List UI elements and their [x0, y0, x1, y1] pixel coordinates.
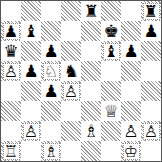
square-c4[interactable]: ♟ [41, 81, 61, 101]
square-f6[interactable]: ♝ [101, 41, 121, 61]
square-d6[interactable] [61, 41, 81, 61]
square-f3[interactable]: ♕ [101, 101, 121, 121]
square-e7[interactable] [81, 21, 101, 41]
square-h7[interactable]: ♟ [141, 21, 161, 41]
piece-black-rook: ♜ [143, 3, 160, 20]
square-c6[interactable]: ♟ [41, 41, 61, 61]
piece-black-bishop: ♝ [22, 22, 40, 40]
square-d4[interactable]: ♙ [61, 81, 81, 101]
piece-black-pawn: ♟ [22, 62, 40, 80]
square-e8[interactable]: ♜ [81, 1, 101, 21]
square-h8[interactable]: ♜ [141, 1, 161, 21]
square-d7[interactable] [61, 21, 81, 41]
square-g7[interactable] [121, 21, 141, 41]
piece-white-pawn: ♙ [23, 123, 40, 140]
square-a2[interactable] [1, 121, 21, 141]
square-c2[interactable] [41, 121, 61, 141]
piece-black-pawn: ♟ [122, 42, 140, 60]
square-f1[interactable] [101, 141, 121, 161]
piece-black-pawn: ♟ [3, 23, 20, 40]
piece-white-pawn: ♙ [122, 122, 140, 140]
square-b6[interactable] [21, 41, 41, 61]
square-e5[interactable] [81, 61, 101, 81]
square-h5[interactable] [141, 61, 161, 81]
square-h3[interactable] [141, 101, 161, 121]
square-b4[interactable] [21, 81, 41, 101]
piece-white-queen: ♕ [102, 102, 120, 120]
piece-black-king: ♚ [102, 22, 120, 40]
square-e6[interactable] [81, 41, 101, 61]
square-g1[interactable]: ♔ [121, 141, 141, 161]
piece-white-king: ♔ [123, 143, 140, 160]
square-c7[interactable] [41, 21, 61, 41]
square-b7[interactable]: ♝ [21, 21, 41, 41]
square-e2[interactable]: ♗ [81, 121, 101, 141]
square-a3[interactable] [1, 101, 21, 121]
square-d2[interactable] [61, 121, 81, 141]
square-b8[interactable] [21, 1, 41, 21]
square-d3[interactable] [61, 101, 81, 121]
piece-white-bishop: ♗ [43, 143, 60, 160]
piece-black-pawn: ♟ [142, 22, 160, 40]
square-h2[interactable]: ♙ [141, 121, 161, 141]
square-f8[interactable] [101, 1, 121, 21]
piece-white-knight: ♘ [43, 63, 60, 80]
square-b2[interactable]: ♙ [21, 121, 41, 141]
square-a7[interactable]: ♟ [1, 21, 21, 41]
square-g4[interactable] [121, 81, 141, 101]
piece-white-pawn: ♙ [63, 83, 80, 100]
square-f7[interactable]: ♚ [101, 21, 121, 41]
square-e4[interactable] [81, 81, 101, 101]
square-a4[interactable] [1, 81, 21, 101]
square-g6[interactable]: ♟ [121, 41, 141, 61]
square-d1[interactable] [61, 141, 81, 161]
square-d5[interactable]: ♞ [61, 61, 81, 81]
piece-black-queen: ♛ [2, 42, 20, 60]
square-c3[interactable] [41, 101, 61, 121]
square-f2[interactable] [101, 121, 121, 141]
square-g3[interactable] [121, 101, 141, 121]
square-a6[interactable]: ♛ [1, 41, 21, 61]
square-a8[interactable] [1, 1, 21, 21]
square-b1[interactable] [21, 141, 41, 161]
square-g2[interactable]: ♙ [121, 121, 141, 141]
square-c1[interactable]: ♗ [41, 141, 61, 161]
square-c5[interactable]: ♘ [41, 61, 61, 81]
square-f5[interactable] [101, 61, 121, 81]
piece-white-rook: ♖ [3, 143, 20, 160]
square-g8[interactable] [121, 1, 141, 21]
chess-board: ♜♜♟♝♚♟♛♟♝♟♙♟♘♞♟♙♕♙♗♙♙♖♗♔ [0, 0, 162, 162]
square-a1[interactable]: ♖ [1, 141, 21, 161]
square-c8[interactable] [41, 1, 61, 21]
piece-black-rook: ♜ [82, 2, 100, 20]
piece-white-pawn: ♙ [143, 123, 160, 140]
square-h1[interactable] [141, 141, 161, 161]
square-b3[interactable] [21, 101, 41, 121]
square-g5[interactable] [121, 61, 141, 81]
piece-black-bishop: ♝ [103, 43, 120, 60]
piece-white-bishop: ♗ [82, 122, 100, 140]
square-e1[interactable] [81, 141, 101, 161]
square-d8[interactable] [61, 1, 81, 21]
square-a5[interactable]: ♙ [1, 61, 21, 81]
square-e3[interactable] [81, 101, 101, 121]
square-h6[interactable] [141, 41, 161, 61]
piece-black-knight: ♞ [62, 62, 80, 80]
piece-white-pawn: ♙ [3, 63, 20, 80]
square-f4[interactable] [101, 81, 121, 101]
piece-black-pawn: ♟ [42, 42, 60, 60]
piece-black-pawn: ♟ [42, 82, 60, 100]
square-b5[interactable]: ♟ [21, 61, 41, 81]
square-h4[interactable] [141, 81, 161, 101]
